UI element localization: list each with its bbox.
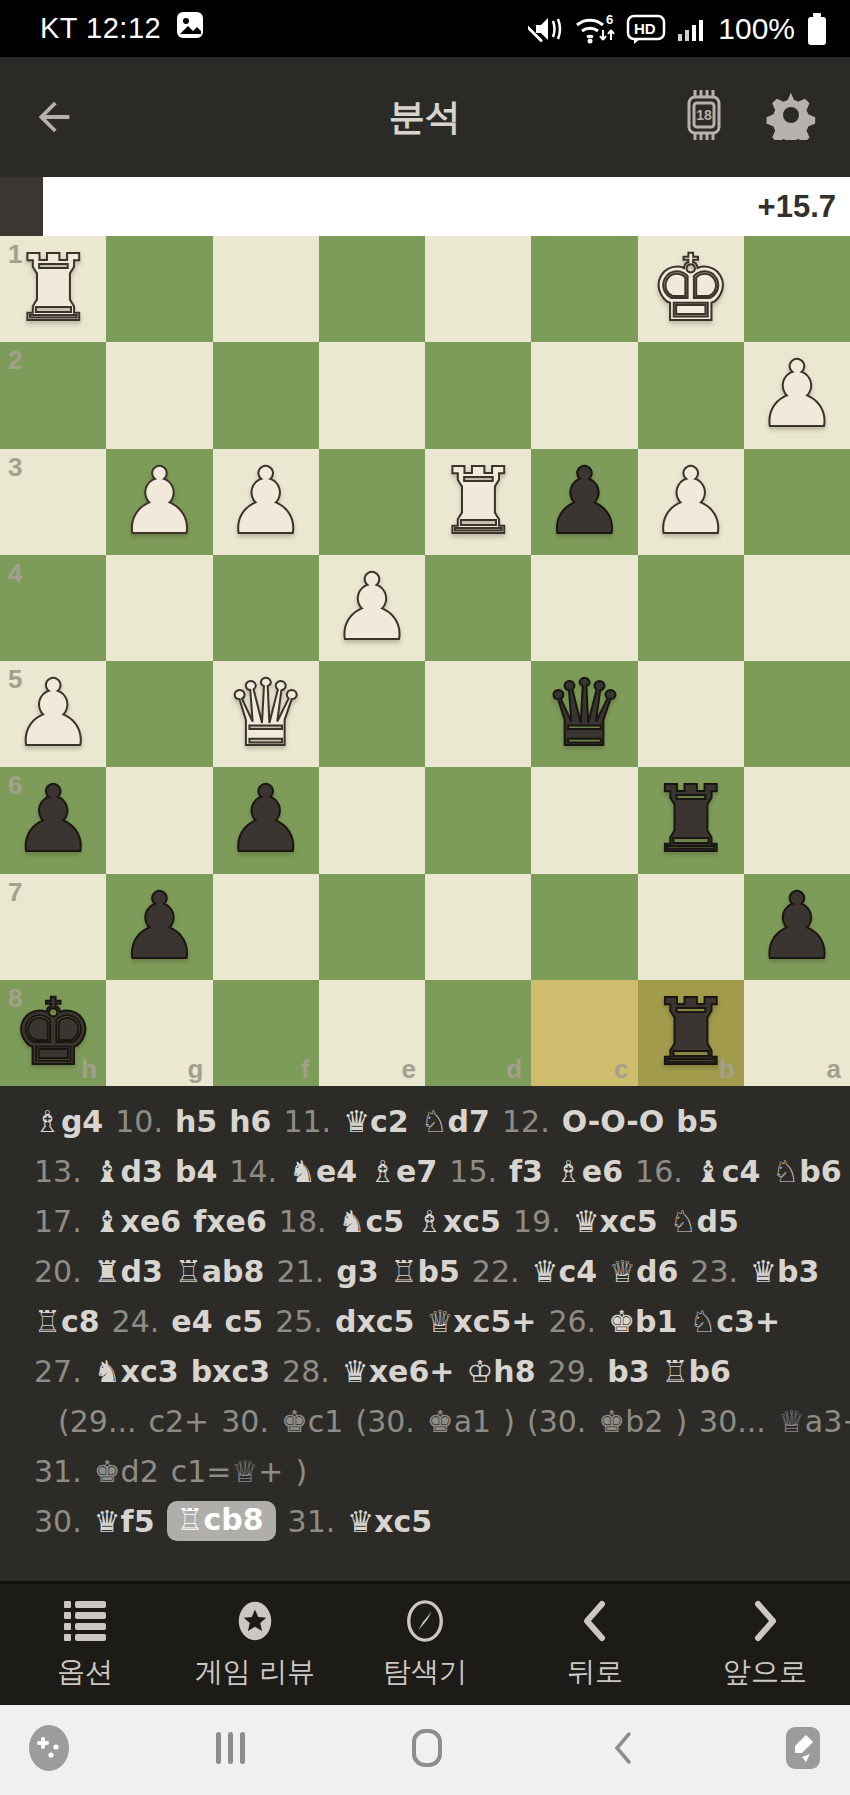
black-pawn-c3[interactable]: ♟ (543, 456, 625, 548)
move-token[interactable]: (29... (58, 1404, 137, 1439)
move-token[interactable]: ♛c4 (532, 1254, 598, 1289)
move-token[interactable]: c1=♕+ (171, 1454, 284, 1489)
square-d3[interactable]: ♜ (425, 449, 531, 555)
explorer-compass-icon (402, 1599, 448, 1643)
square-g4[interactable] (106, 555, 212, 661)
move-token[interactable]: ♚c1 (281, 1404, 343, 1439)
move-token[interactable]: bxc3 (191, 1354, 270, 1389)
move-token[interactable]: ♘d5 (670, 1204, 739, 1239)
square-b7[interactable] (638, 874, 744, 980)
square-c6[interactable] (531, 767, 637, 873)
move-number: 22. (472, 1254, 520, 1289)
back-chevron-icon (572, 1599, 618, 1643)
black-pawn-g7[interactable]: ♟ (118, 881, 200, 973)
move-token[interactable]: ♛xc5 (347, 1504, 432, 1539)
black-pawn-f6[interactable]: ♟ (224, 774, 306, 866)
square-c5[interactable]: ♛ (531, 661, 637, 767)
move-token[interactable]: ♖c8 (34, 1304, 100, 1339)
square-g1[interactable] (106, 236, 212, 342)
move-list: ♗g410.h5h611.♛c2♘d712.O-O-Ob513.♝d3b414.… (0, 1086, 850, 1581)
move-token[interactable]: ♖ab8 (175, 1254, 265, 1289)
rank-label-3: 3 (8, 452, 22, 483)
move-number: 21. (276, 1254, 324, 1289)
move-number: 25. (275, 1304, 323, 1339)
toolbar-label: 옵션 (57, 1653, 113, 1691)
wifi6-icon: 6 (573, 12, 615, 46)
mute-vibrate-icon (528, 13, 562, 45)
bottom-toolbar: 옵션 게임 리뷰 탐색기 뒤로 앞으로 (0, 1581, 850, 1705)
svg-text:HD: HD (634, 20, 656, 37)
toolbar-item-back[interactable]: 뒤로 (510, 1584, 680, 1705)
move-token[interactable]: ♗xc5 (416, 1204, 501, 1239)
square-e8[interactable]: e (319, 980, 425, 1086)
square-b6[interactable]: ♜ (638, 767, 744, 873)
move-number: 31. (288, 1504, 336, 1539)
move-token[interactable]: c5 (225, 1304, 264, 1339)
square-b3[interactable]: ♟ (638, 449, 744, 555)
move-token[interactable]: ♗e7 (369, 1154, 437, 1189)
gallery-icon (175, 10, 205, 47)
square-f7[interactable] (213, 874, 319, 980)
move-line-7: (29...c2+30.♚c1(30.♚a1)(30.♚b2)30...♕a3+ (34, 1396, 836, 1446)
black-king-h8[interactable]: ♚ (12, 987, 94, 1079)
white-pawn-h5[interactable]: ♟ (12, 668, 94, 760)
black-queen-c5[interactable]: ♛ (543, 668, 625, 760)
move-number: 26. (548, 1304, 596, 1339)
move-line-4: 20.♜d3♖ab821.g3♖b522.♛c4♕d623.♛b3 (34, 1246, 836, 1296)
square-b4[interactable] (638, 555, 744, 661)
white-pawn-f3[interactable]: ♟ (224, 456, 306, 548)
move-token[interactable]: ♛c2 (343, 1104, 409, 1139)
square-c3[interactable]: ♟ (531, 449, 637, 555)
square-f8[interactable]: f (213, 980, 319, 1086)
square-f1[interactable] (213, 236, 319, 342)
file-label-c: c (614, 1054, 628, 1085)
toolbar-label: 탐색기 (383, 1653, 467, 1691)
move-token[interactable]: e4 (171, 1304, 212, 1339)
move-token[interactable]: ♖b5 (391, 1254, 460, 1289)
white-rook-h1[interactable]: ♜ (12, 243, 94, 335)
hd-voice-icon: HD (626, 13, 666, 45)
square-c1[interactable] (531, 236, 637, 342)
move-token[interactable]: (30. (527, 1404, 586, 1439)
file-label-g: g (188, 1054, 204, 1085)
square-a7[interactable]: ♟ (744, 874, 850, 980)
square-f2[interactable] (213, 342, 319, 448)
square-g7[interactable]: ♟ (106, 874, 212, 980)
move-line-5: ♖c824.e4c525.dxc5♕xc5+26.♚b1♘c3+ (34, 1296, 836, 1346)
square-g3[interactable]: ♟ (106, 449, 212, 555)
square-f4[interactable] (213, 555, 319, 661)
square-h4[interactable]: 4 (0, 555, 106, 661)
black-pawn-h6[interactable]: ♟ (12, 774, 94, 866)
move-token[interactable]: b3 (607, 1354, 649, 1389)
square-a8[interactable]: a (744, 980, 850, 1086)
square-d7[interactable] (425, 874, 531, 980)
move-token[interactable]: ♖b6 (662, 1354, 731, 1389)
move-token[interactable]: ♗e6 (555, 1154, 623, 1189)
square-d4[interactable] (425, 555, 531, 661)
white-pawn-a2[interactable]: ♟ (756, 349, 838, 441)
move-token[interactable]: ♛xc5 (573, 1204, 658, 1239)
game-review-star-icon (232, 1599, 278, 1643)
move-line-3: 17.♝xe6fxe618.♞c5♗xc519.♛xc5♘d5 (34, 1196, 836, 1246)
square-a1[interactable] (744, 236, 850, 342)
square-h8[interactable]: 8h♚ (0, 980, 106, 1086)
square-g2[interactable] (106, 342, 212, 448)
battery-icon (806, 12, 828, 46)
move-token[interactable]: 30... (699, 1404, 766, 1439)
move-token[interactable]: ♚a1 (427, 1404, 491, 1439)
signal-strength-icon (677, 14, 707, 44)
move-token[interactable]: h6 (229, 1104, 271, 1139)
file-label-d: d (506, 1054, 522, 1085)
move-token[interactable]: (30. (355, 1404, 414, 1439)
move-line-1: ♗g410.h5h611.♛c2♘d712.O-O-Ob5 (34, 1096, 836, 1146)
rank-label-4: 4 (8, 558, 22, 589)
carrier-time: KT 12:12 (40, 12, 161, 45)
move-number: 18. (279, 1204, 327, 1239)
move-token[interactable]: ♘c3+ (689, 1304, 780, 1339)
square-b2[interactable] (638, 342, 744, 448)
move-token[interactable]: ♕xc5+ (426, 1304, 536, 1339)
battery-percent: 100% (718, 12, 795, 46)
square-h6[interactable]: 6♟ (0, 767, 106, 873)
white-pawn-e4[interactable]: ♟ (331, 562, 413, 654)
square-c7[interactable] (531, 874, 637, 980)
move-token[interactable]: c2+ (149, 1404, 210, 1439)
move-token[interactable]: ♕d6 (609, 1254, 678, 1289)
square-e7[interactable] (319, 874, 425, 980)
options-list-icon (62, 1599, 108, 1643)
square-e6[interactable] (319, 767, 425, 873)
square-d1[interactable] (425, 236, 531, 342)
move-token[interactable]: ♜d3 (94, 1254, 163, 1289)
rank-label-2: 2 (8, 345, 22, 376)
game-launcher-icon[interactable] (26, 1725, 72, 1775)
move-number: 27. (34, 1354, 82, 1389)
move-token[interactable]: ♝c4 (695, 1154, 761, 1189)
move-token[interactable]: ♚b2 (598, 1404, 663, 1439)
move-token[interactable]: g3 (336, 1254, 378, 1289)
move-token[interactable]: f3 (509, 1154, 543, 1189)
square-b1[interactable]: ♚ (638, 236, 744, 342)
forward-chevron-icon (742, 1599, 788, 1643)
move-token[interactable]: ♛b3 (750, 1254, 819, 1289)
square-c2[interactable] (531, 342, 637, 448)
move-line-2: 13.♝d3b414.♞e4♗e715.f3♗e616.♝c4♘b6 (34, 1146, 836, 1196)
move-token[interactable]: h5 (175, 1104, 217, 1139)
square-g5[interactable] (106, 661, 212, 767)
move-number: 16. (635, 1154, 683, 1189)
toolbar-label: 앞으로 (723, 1653, 807, 1691)
square-h3[interactable]: 3 (0, 449, 106, 555)
s-pen-icon[interactable] (782, 1725, 824, 1775)
square-b5[interactable] (638, 661, 744, 767)
move-token[interactable]: b4 (175, 1154, 217, 1189)
square-d2[interactable] (425, 342, 531, 448)
square-c4[interactable] (531, 555, 637, 661)
square-g6[interactable] (106, 767, 212, 873)
square-e2[interactable] (319, 342, 425, 448)
app-header: 분석 18 (0, 57, 850, 177)
move-token[interactable]: 31. (34, 1454, 82, 1489)
evaluation-bar-black-segment (0, 177, 43, 236)
move-number: 13. (34, 1154, 82, 1189)
android-nav-bar (0, 1705, 850, 1795)
file-label-f: f (301, 1054, 310, 1085)
file-label-a: a (827, 1054, 841, 1085)
move-number: 19. (513, 1204, 561, 1239)
engine-chip-label: 18 (696, 107, 712, 123)
recents-icon[interactable] (210, 1728, 250, 1772)
white-king-b1[interactable]: ♚ (649, 243, 731, 335)
square-h7[interactable]: 7 (0, 874, 106, 980)
square-g8[interactable]: g (106, 980, 212, 1086)
toolbar-label: 게임 리뷰 (195, 1653, 315, 1691)
black-pawn-a7[interactable]: ♟ (756, 881, 838, 973)
toolbar-item-options[interactable]: 옵션 (0, 1584, 170, 1705)
square-d5[interactable] (425, 661, 531, 767)
move-number: 24. (112, 1304, 160, 1339)
move-token[interactable]: ♘b6 (772, 1154, 841, 1189)
square-e4[interactable]: ♟ (319, 555, 425, 661)
status-bar: KT 12:12 6 HD 100% (0, 0, 850, 57)
white-rook-d3[interactable]: ♜ (437, 456, 519, 548)
nav-back-icon[interactable] (604, 1728, 644, 1772)
move-number: 29. (548, 1354, 596, 1389)
square-h1[interactable]: 1♜ (0, 236, 106, 342)
move-number: 14. (229, 1154, 277, 1189)
move-line-9: 30.♛f5♖cb831.♛xc5 (34, 1496, 836, 1546)
chess-board: 1♜♚2♟3♟♟♜♟♟4♟5♟♛♛6♟♟♜7♟♟8h♚gfedcb♜a (0, 236, 850, 1086)
evaluation-score: +15.7 (758, 177, 836, 236)
square-a3[interactable] (744, 449, 850, 555)
move-token[interactable]: fxe6 (193, 1204, 267, 1239)
toolbar-label: 뒤로 (567, 1653, 623, 1691)
rank-label-7: 7 (8, 877, 22, 908)
square-e3[interactable] (319, 449, 425, 555)
move-number: 12. (502, 1104, 550, 1139)
move-token[interactable]: ♞xc3 (94, 1354, 179, 1389)
square-a5[interactable] (744, 661, 850, 767)
square-f5[interactable]: ♛ (213, 661, 319, 767)
move-token[interactable]: ♝d3 (94, 1154, 163, 1189)
move-token[interactable]: b5 (676, 1104, 718, 1139)
square-f3[interactable]: ♟ (213, 449, 319, 555)
file-label-e: e (402, 1054, 416, 1085)
square-e1[interactable] (319, 236, 425, 342)
move-token[interactable]: ♛f5 (94, 1504, 155, 1539)
move-number: 15. (449, 1154, 497, 1189)
move-token[interactable]: 30. (221, 1404, 269, 1439)
back-arrow-icon[interactable] (28, 91, 80, 143)
toolbar-item-game-review[interactable]: 게임 리뷰 (170, 1584, 340, 1705)
white-queen-f5[interactable]: ♛ (224, 668, 306, 760)
move-token[interactable]: ♚b1 (608, 1304, 677, 1339)
move-token[interactable]: dxc5 (335, 1304, 414, 1339)
square-a2[interactable]: ♟ (744, 342, 850, 448)
square-h2[interactable]: 2 (0, 342, 106, 448)
toolbar-item-forward[interactable]: 앞으로 (680, 1584, 850, 1705)
move-number: 17. (34, 1204, 82, 1239)
evaluation-bar: +15.7 (0, 177, 850, 236)
move-token[interactable]: ♔h8 (466, 1354, 535, 1389)
move-token[interactable]: ) (675, 1404, 687, 1439)
svg-text:6: 6 (606, 12, 613, 27)
square-a6[interactable] (744, 767, 850, 873)
move-token[interactable]: ♞e4 (289, 1154, 357, 1189)
move-number: 20. (34, 1254, 82, 1289)
white-pawn-b3[interactable]: ♟ (649, 456, 731, 548)
move-token[interactable]: O-O-O (562, 1104, 665, 1139)
move-number: 30. (34, 1504, 82, 1539)
square-f6[interactable]: ♟ (213, 767, 319, 873)
square-b8[interactable]: b♜ (638, 980, 744, 1086)
square-c8[interactable]: c (531, 980, 637, 1086)
move-number: 23. (690, 1254, 738, 1289)
square-d6[interactable] (425, 767, 531, 873)
move-token[interactable]: ♕a3+ (778, 1404, 850, 1439)
move-line-6: 27.♞xc3bxc328.♛xe6+♔h829.b3♖b6 (34, 1346, 836, 1396)
move-number: 11. (283, 1104, 331, 1139)
settings-gear-icon[interactable] (766, 90, 816, 144)
move-line-8: 31.♚d2c1=♕+) (34, 1446, 836, 1496)
move-token[interactable]: ) (296, 1454, 308, 1489)
screen: KT 12:12 6 HD 100% (0, 0, 850, 1795)
black-rook-b8[interactable]: ♜ (649, 987, 731, 1079)
square-e5[interactable] (319, 661, 425, 767)
square-d8[interactable]: d (425, 980, 531, 1086)
square-a4[interactable] (744, 555, 850, 661)
move-token[interactable]: ) (503, 1404, 515, 1439)
toolbar-item-explorer[interactable]: 탐색기 (340, 1584, 510, 1705)
white-pawn-g3[interactable]: ♟ (118, 456, 200, 548)
move-token[interactable]: ♝xe6 (94, 1204, 181, 1239)
engine-chip-icon[interactable]: 18 (676, 87, 732, 147)
move-token[interactable]: ♞c5 (339, 1204, 405, 1239)
move-token[interactable]: ♛xe6+ (342, 1354, 455, 1389)
move-number: 10. (115, 1104, 163, 1139)
move-token[interactable]: ♗g4 (34, 1104, 103, 1139)
move-token[interactable]: ♘d7 (421, 1104, 490, 1139)
move-token[interactable]: ♚d2 (94, 1454, 159, 1489)
square-h5[interactable]: 5♟ (0, 661, 106, 767)
home-icon[interactable] (407, 1728, 447, 1772)
current-move-token[interactable]: ♖cb8 (167, 1501, 276, 1541)
move-number: 28. (282, 1354, 330, 1389)
black-rook-b6[interactable]: ♜ (649, 774, 731, 866)
